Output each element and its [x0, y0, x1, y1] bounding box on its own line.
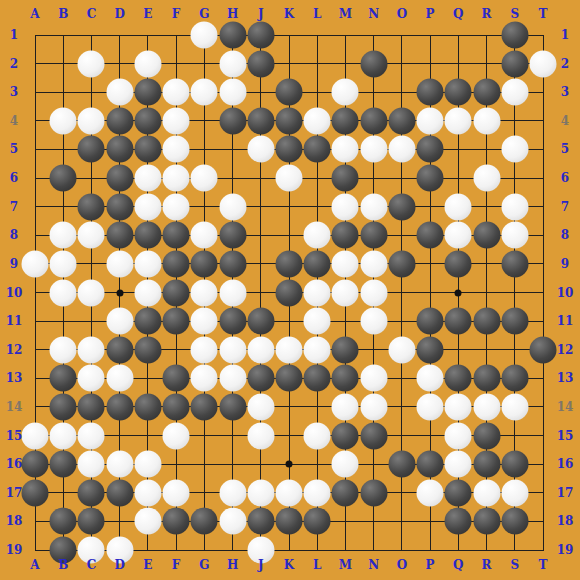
- black-stone-K9[interactable]: [276, 250, 303, 277]
- coord-right-11: 11: [557, 314, 574, 328]
- black-stone-M4[interactable]: [332, 107, 359, 134]
- black-stone-C7[interactable]: [78, 193, 105, 220]
- black-stone-M15[interactable]: [332, 422, 359, 449]
- black-stone-D4[interactable]: [106, 107, 133, 134]
- grid-hline-2: [35, 63, 544, 64]
- black-stone-J1[interactable]: [247, 22, 274, 49]
- white-stone-L12[interactable]: [304, 336, 331, 363]
- white-stone-E16[interactable]: [134, 451, 161, 478]
- white-stone-J12[interactable]: [247, 336, 274, 363]
- black-stone-J2[interactable]: [247, 50, 274, 77]
- coord-right-10: 10: [557, 286, 574, 300]
- white-stone-N13[interactable]: [360, 365, 387, 392]
- black-stone-P8[interactable]: [417, 222, 444, 249]
- white-stone-H18[interactable]: [219, 508, 246, 535]
- go-board-app: AABBCCDDEEFFGGHHJJKKLLMMNNOOPPQQRRSSTT11…: [0, 0, 580, 580]
- coord-right-8: 8: [561, 228, 569, 242]
- white-stone-B10[interactable]: [50, 279, 77, 306]
- coord-right-1: 1: [561, 28, 569, 42]
- white-stone-G6[interactable]: [191, 165, 218, 192]
- black-stone-K13[interactable]: [276, 365, 303, 392]
- coord-left-16: 16: [6, 457, 23, 471]
- coord-left-12: 12: [6, 343, 23, 357]
- black-stone-Q18[interactable]: [445, 508, 472, 535]
- black-stone-A16[interactable]: [22, 451, 49, 478]
- coord-left-7: 7: [10, 200, 18, 214]
- coord-bottom-D: D: [114, 558, 124, 572]
- white-stone-C4[interactable]: [78, 107, 105, 134]
- white-stone-D16[interactable]: [106, 451, 133, 478]
- white-stone-P13[interactable]: [417, 365, 444, 392]
- black-stone-N15[interactable]: [360, 422, 387, 449]
- goban[interactable]: AABBCCDDEEFFGGHHJJKKLLMMNNOOPPQQRRSSTT11…: [0, 0, 580, 580]
- black-stone-O7[interactable]: [388, 193, 415, 220]
- white-stone-B15[interactable]: [50, 422, 77, 449]
- white-stone-C2[interactable]: [78, 50, 105, 77]
- black-stone-H4[interactable]: [219, 107, 246, 134]
- black-stone-O9[interactable]: [388, 250, 415, 277]
- white-stone-G1[interactable]: [191, 22, 218, 49]
- coord-bottom-J: J: [258, 558, 264, 572]
- coord-left-17: 17: [6, 486, 23, 500]
- black-stone-N2[interactable]: [360, 50, 387, 77]
- coord-left-2: 2: [10, 57, 18, 71]
- black-stone-S13[interactable]: [501, 365, 528, 392]
- black-stone-D12[interactable]: [106, 336, 133, 363]
- coord-bottom-E: E: [143, 558, 152, 572]
- black-stone-Q17[interactable]: [445, 479, 472, 506]
- coord-top-S: S: [510, 7, 519, 21]
- star-point-D10: [116, 289, 123, 296]
- white-stone-L15[interactable]: [304, 422, 331, 449]
- white-stone-E2[interactable]: [134, 50, 161, 77]
- black-stone-K4[interactable]: [276, 107, 303, 134]
- coord-bottom-T: T: [539, 558, 548, 572]
- black-stone-F8[interactable]: [163, 222, 190, 249]
- coord-left-13: 13: [6, 371, 23, 385]
- coord-right-6: 6: [561, 171, 569, 185]
- white-stone-C16[interactable]: [78, 451, 105, 478]
- white-stone-R4[interactable]: [473, 107, 500, 134]
- white-stone-L10[interactable]: [304, 279, 331, 306]
- black-stone-P16[interactable]: [417, 451, 444, 478]
- black-stone-R18[interactable]: [473, 508, 500, 535]
- white-stone-R6[interactable]: [473, 165, 500, 192]
- black-stone-R13[interactable]: [473, 365, 500, 392]
- coord-left-4: 4: [10, 114, 18, 128]
- black-stone-A17[interactable]: [22, 479, 49, 506]
- white-stone-N7[interactable]: [360, 193, 387, 220]
- black-stone-P5[interactable]: [417, 136, 444, 163]
- coord-bottom-G: G: [199, 558, 209, 572]
- black-stone-Q3[interactable]: [445, 79, 472, 106]
- white-stone-F4[interactable]: [163, 107, 190, 134]
- grid-hline-1: [35, 35, 544, 36]
- black-stone-E8[interactable]: [134, 222, 161, 249]
- white-stone-A15[interactable]: [22, 422, 49, 449]
- coord-right-7: 7: [561, 200, 569, 214]
- black-stone-Q13[interactable]: [445, 365, 472, 392]
- black-stone-D7[interactable]: [106, 193, 133, 220]
- coord-left-6: 6: [10, 171, 18, 185]
- black-stone-K5[interactable]: [276, 136, 303, 163]
- white-stone-E7[interactable]: [134, 193, 161, 220]
- black-stone-Q11[interactable]: [445, 308, 472, 335]
- black-stone-H1[interactable]: [219, 22, 246, 49]
- white-stone-S5[interactable]: [501, 136, 528, 163]
- white-stone-A9[interactable]: [22, 250, 49, 277]
- white-stone-P14[interactable]: [417, 393, 444, 420]
- coord-right-2: 2: [561, 57, 569, 71]
- black-stone-S18[interactable]: [501, 508, 528, 535]
- black-stone-J4[interactable]: [247, 107, 274, 134]
- black-stone-O16[interactable]: [388, 451, 415, 478]
- white-stone-L17[interactable]: [304, 479, 331, 506]
- white-stone-B9[interactable]: [50, 250, 77, 277]
- white-stone-Q7[interactable]: [445, 193, 472, 220]
- white-stone-N9[interactable]: [360, 250, 387, 277]
- black-stone-E12[interactable]: [134, 336, 161, 363]
- black-stone-G9[interactable]: [191, 250, 218, 277]
- white-stone-G3[interactable]: [191, 79, 218, 106]
- black-stone-P12[interactable]: [417, 336, 444, 363]
- coord-bottom-F: F: [172, 558, 181, 572]
- white-stone-E18[interactable]: [134, 508, 161, 535]
- white-stone-B8[interactable]: [50, 222, 77, 249]
- white-stone-K6[interactable]: [276, 165, 303, 192]
- coord-right-12: 12: [557, 343, 574, 357]
- coord-left-5: 5: [10, 142, 18, 156]
- black-stone-M17[interactable]: [332, 479, 359, 506]
- coord-left-11: 11: [6, 314, 23, 328]
- white-stone-Q15[interactable]: [445, 422, 472, 449]
- white-stone-M14[interactable]: [332, 393, 359, 420]
- black-stone-F9[interactable]: [163, 250, 190, 277]
- coord-bottom-O: O: [397, 558, 407, 572]
- white-stone-M7[interactable]: [332, 193, 359, 220]
- black-stone-D14[interactable]: [106, 393, 133, 420]
- black-stone-B16[interactable]: [50, 451, 77, 478]
- coord-top-P: P: [426, 7, 435, 21]
- coord-right-16: 16: [557, 457, 574, 471]
- black-stone-E4[interactable]: [134, 107, 161, 134]
- white-stone-H17[interactable]: [219, 479, 246, 506]
- black-stone-B14[interactable]: [50, 393, 77, 420]
- coord-top-G: G: [199, 7, 209, 21]
- white-stone-F5[interactable]: [163, 136, 190, 163]
- black-stone-R11[interactable]: [473, 308, 500, 335]
- black-stone-T12[interactable]: [530, 336, 557, 363]
- white-stone-Q8[interactable]: [445, 222, 472, 249]
- white-stone-D13[interactable]: [106, 365, 133, 392]
- coord-right-19: 19: [557, 543, 574, 557]
- coord-right-9: 9: [561, 257, 569, 271]
- white-stone-J5[interactable]: [247, 136, 274, 163]
- coord-right-13: 13: [557, 371, 574, 385]
- black-stone-R15[interactable]: [473, 422, 500, 449]
- white-stone-F7[interactable]: [163, 193, 190, 220]
- coord-top-F: F: [172, 7, 181, 21]
- black-stone-J11[interactable]: [247, 308, 274, 335]
- black-stone-P11[interactable]: [417, 308, 444, 335]
- white-stone-G11[interactable]: [191, 308, 218, 335]
- black-stone-L18[interactable]: [304, 508, 331, 535]
- coord-bottom-H: H: [227, 558, 238, 572]
- coord-bottom-N: N: [368, 558, 379, 572]
- white-stone-G13[interactable]: [191, 365, 218, 392]
- white-stone-H7[interactable]: [219, 193, 246, 220]
- star-point-K16: [286, 461, 293, 468]
- black-stone-H9[interactable]: [219, 250, 246, 277]
- black-stone-R16[interactable]: [473, 451, 500, 478]
- coord-left-15: 15: [6, 429, 23, 443]
- white-stone-L11[interactable]: [304, 308, 331, 335]
- white-stone-M5[interactable]: [332, 136, 359, 163]
- black-stone-B18[interactable]: [50, 508, 77, 535]
- coord-bottom-S: S: [510, 558, 519, 572]
- black-stone-M8[interactable]: [332, 222, 359, 249]
- black-stone-B6[interactable]: [50, 165, 77, 192]
- white-stone-S14[interactable]: [501, 393, 528, 420]
- coord-bottom-M: M: [339, 558, 352, 572]
- black-stone-H14[interactable]: [219, 393, 246, 420]
- white-stone-H13[interactable]: [219, 365, 246, 392]
- white-stone-H12[interactable]: [219, 336, 246, 363]
- coord-top-H: H: [227, 7, 238, 21]
- white-stone-E9[interactable]: [134, 250, 161, 277]
- white-stone-C10[interactable]: [78, 279, 105, 306]
- white-stone-G12[interactable]: [191, 336, 218, 363]
- white-stone-S17[interactable]: [501, 479, 528, 506]
- black-stone-C14[interactable]: [78, 393, 105, 420]
- white-stone-S7[interactable]: [501, 193, 528, 220]
- coord-left-18: 18: [6, 514, 23, 528]
- coord-right-4: 4: [561, 114, 569, 128]
- black-stone-P6[interactable]: [417, 165, 444, 192]
- coord-bottom-Q: Q: [453, 558, 463, 572]
- coord-left-1: 1: [10, 28, 18, 42]
- coord-left-9: 9: [10, 257, 18, 271]
- coord-bottom-A: A: [30, 558, 39, 572]
- grid-vline-T: [543, 35, 544, 551]
- black-stone-K3[interactable]: [276, 79, 303, 106]
- white-stone-E10[interactable]: [134, 279, 161, 306]
- white-stone-L8[interactable]: [304, 222, 331, 249]
- black-stone-F11[interactable]: [163, 308, 190, 335]
- black-stone-E14[interactable]: [134, 393, 161, 420]
- white-stone-C8[interactable]: [78, 222, 105, 249]
- black-stone-K18[interactable]: [276, 508, 303, 535]
- white-stone-J14[interactable]: [247, 393, 274, 420]
- black-stone-C5[interactable]: [78, 136, 105, 163]
- white-stone-O12[interactable]: [388, 336, 415, 363]
- black-stone-L5[interactable]: [304, 136, 331, 163]
- black-stone-C18[interactable]: [78, 508, 105, 535]
- black-stone-G14[interactable]: [191, 393, 218, 420]
- coord-right-14: 14: [557, 400, 574, 414]
- coord-bottom-R: R: [482, 558, 492, 572]
- coord-left-14: 14: [6, 400, 23, 414]
- white-stone-H10[interactable]: [219, 279, 246, 306]
- white-stone-E17[interactable]: [134, 479, 161, 506]
- white-stone-B12[interactable]: [50, 336, 77, 363]
- black-stone-S11[interactable]: [501, 308, 528, 335]
- black-stone-H8[interactable]: [219, 222, 246, 249]
- white-stone-J15[interactable]: [247, 422, 274, 449]
- white-stone-N10[interactable]: [360, 279, 387, 306]
- white-stone-M3[interactable]: [332, 79, 359, 106]
- coord-top-Q: Q: [453, 7, 463, 21]
- black-stone-D8[interactable]: [106, 222, 133, 249]
- white-stone-N14[interactable]: [360, 393, 387, 420]
- black-stone-P3[interactable]: [417, 79, 444, 106]
- coord-left-3: 3: [10, 85, 18, 99]
- coord-right-15: 15: [557, 429, 574, 443]
- black-stone-L9[interactable]: [304, 250, 331, 277]
- coord-bottom-P: P: [426, 558, 435, 572]
- black-stone-S16[interactable]: [501, 451, 528, 478]
- white-stone-M9[interactable]: [332, 250, 359, 277]
- white-stone-C12[interactable]: [78, 336, 105, 363]
- white-stone-Q16[interactable]: [445, 451, 472, 478]
- white-stone-K17[interactable]: [276, 479, 303, 506]
- white-stone-F17[interactable]: [163, 479, 190, 506]
- black-stone-O4[interactable]: [388, 107, 415, 134]
- white-stone-P4[interactable]: [417, 107, 444, 134]
- coord-top-A: A: [30, 7, 39, 21]
- coord-left-10: 10: [6, 286, 23, 300]
- white-stone-F6[interactable]: [163, 165, 190, 192]
- white-stone-N5[interactable]: [360, 136, 387, 163]
- black-stone-F10[interactable]: [163, 279, 190, 306]
- black-stone-G18[interactable]: [191, 508, 218, 535]
- coord-right-3: 3: [561, 85, 569, 99]
- black-stone-R8[interactable]: [473, 222, 500, 249]
- white-stone-J17[interactable]: [247, 479, 274, 506]
- white-stone-C13[interactable]: [78, 365, 105, 392]
- black-stone-R3[interactable]: [473, 79, 500, 106]
- white-stone-F15[interactable]: [163, 422, 190, 449]
- white-stone-R17[interactable]: [473, 479, 500, 506]
- white-stone-R14[interactable]: [473, 393, 500, 420]
- coord-left-8: 8: [10, 228, 18, 242]
- white-stone-G10[interactable]: [191, 279, 218, 306]
- black-stone-E3[interactable]: [134, 79, 161, 106]
- white-stone-B4[interactable]: [50, 107, 77, 134]
- black-stone-F13[interactable]: [163, 365, 190, 392]
- white-stone-H2[interactable]: [219, 50, 246, 77]
- white-stone-Q4[interactable]: [445, 107, 472, 134]
- white-stone-H3[interactable]: [219, 79, 246, 106]
- black-stone-D5[interactable]: [106, 136, 133, 163]
- coord-bottom-K: K: [284, 558, 294, 572]
- white-stone-P17[interactable]: [417, 479, 444, 506]
- black-stone-E5[interactable]: [134, 136, 161, 163]
- black-stone-F18[interactable]: [163, 508, 190, 535]
- coord-top-N: N: [368, 7, 379, 21]
- white-stone-Q14[interactable]: [445, 393, 472, 420]
- black-stone-M6[interactable]: [332, 165, 359, 192]
- black-stone-D6[interactable]: [106, 165, 133, 192]
- white-stone-M16[interactable]: [332, 451, 359, 478]
- black-stone-N8[interactable]: [360, 222, 387, 249]
- coord-top-T: T: [539, 7, 548, 21]
- coord-right-17: 17: [557, 486, 574, 500]
- black-stone-F14[interactable]: [163, 393, 190, 420]
- star-point-Q10: [455, 289, 462, 296]
- black-stone-L13[interactable]: [304, 365, 331, 392]
- black-stone-S2[interactable]: [501, 50, 528, 77]
- white-stone-L4[interactable]: [304, 107, 331, 134]
- black-stone-M13[interactable]: [332, 365, 359, 392]
- white-stone-F3[interactable]: [163, 79, 190, 106]
- coord-top-C: C: [87, 7, 97, 21]
- coord-right-5: 5: [561, 142, 569, 156]
- white-stone-E6[interactable]: [134, 165, 161, 192]
- white-stone-O5[interactable]: [388, 136, 415, 163]
- coord-bottom-C: C: [87, 558, 97, 572]
- coord-left-19: 19: [6, 543, 23, 557]
- black-stone-B13[interactable]: [50, 365, 77, 392]
- coord-top-E: E: [143, 7, 152, 21]
- black-stone-J18[interactable]: [247, 508, 274, 535]
- white-stone-G8[interactable]: [191, 222, 218, 249]
- black-stone-Q9[interactable]: [445, 250, 472, 277]
- white-stone-D9[interactable]: [106, 250, 133, 277]
- white-stone-N11[interactable]: [360, 308, 387, 335]
- black-stone-C17[interactable]: [78, 479, 105, 506]
- coord-bottom-B: B: [58, 558, 68, 572]
- coord-top-K: K: [284, 7, 294, 21]
- white-stone-T2[interactable]: [530, 50, 557, 77]
- coord-right-18: 18: [557, 514, 574, 528]
- coord-top-D: D: [114, 7, 124, 21]
- coord-top-O: O: [397, 7, 407, 21]
- black-stone-M12[interactable]: [332, 336, 359, 363]
- black-stone-E11[interactable]: [134, 308, 161, 335]
- white-stone-M10[interactable]: [332, 279, 359, 306]
- black-stone-K10[interactable]: [276, 279, 303, 306]
- white-stone-S3[interactable]: [501, 79, 528, 106]
- white-stone-D3[interactable]: [106, 79, 133, 106]
- coord-top-J: J: [258, 7, 264, 21]
- coord-top-M: M: [339, 7, 352, 21]
- black-stone-S1[interactable]: [501, 22, 528, 49]
- black-stone-N17[interactable]: [360, 479, 387, 506]
- black-stone-S9[interactable]: [501, 250, 528, 277]
- black-stone-N4[interactable]: [360, 107, 387, 134]
- black-stone-H11[interactable]: [219, 308, 246, 335]
- black-stone-J13[interactable]: [247, 365, 274, 392]
- white-stone-D11[interactable]: [106, 308, 133, 335]
- coord-bottom-L: L: [313, 558, 321, 572]
- white-stone-S8[interactable]: [501, 222, 528, 249]
- white-stone-C15[interactable]: [78, 422, 105, 449]
- coord-top-B: B: [58, 7, 68, 21]
- white-stone-K12[interactable]: [276, 336, 303, 363]
- black-stone-D17[interactable]: [106, 479, 133, 506]
- coord-top-R: R: [482, 7, 492, 21]
- coord-top-L: L: [313, 7, 321, 21]
